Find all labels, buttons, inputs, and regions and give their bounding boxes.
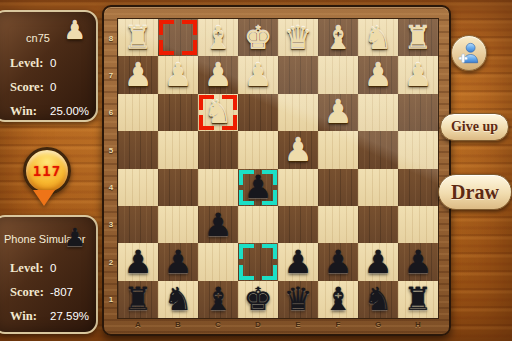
piece-wP[interactable]: ♟ xyxy=(358,56,398,93)
rank-label-5: 5 xyxy=(104,146,118,155)
piece-bK[interactable]: ♚ xyxy=(238,281,278,318)
piece-wP[interactable]: ♟ xyxy=(318,94,358,131)
square-a3[interactable] xyxy=(118,206,158,243)
square-g4[interactable] xyxy=(358,169,398,206)
square-e7[interactable] xyxy=(278,56,318,93)
square-g6[interactable] xyxy=(358,94,398,131)
player-panel-white: cn75 ♟ Level:0 Score:0 Win:25.00% xyxy=(0,10,98,122)
square-f7[interactable] xyxy=(318,56,358,93)
player-panel-black: Phone Simulator ♟ Level:0 Score:-807 Win… xyxy=(0,215,98,334)
last-move-marker-cyan xyxy=(239,244,277,279)
give-up-button[interactable]: Give up xyxy=(440,113,509,141)
square-d7[interactable]: ♟ xyxy=(238,56,278,93)
file-label-h: H xyxy=(398,320,438,329)
square-b8[interactable] xyxy=(158,19,198,56)
piece-wP[interactable]: ♟ xyxy=(158,56,198,93)
square-h2[interactable]: ♟ xyxy=(398,243,438,280)
square-g2[interactable]: ♟ xyxy=(358,243,398,280)
square-e4[interactable] xyxy=(278,169,318,206)
piece-wP[interactable]: ♟ xyxy=(118,56,158,93)
level-value: 0 xyxy=(50,57,56,69)
square-h8[interactable]: ♜ xyxy=(398,19,438,56)
piece-wQ[interactable]: ♛ xyxy=(278,19,318,56)
piece-wB[interactable]: ♝ xyxy=(318,19,358,56)
piece-bR[interactable]: ♜ xyxy=(398,281,438,318)
square-a2[interactable]: ♟ xyxy=(118,243,158,280)
level-value: 0 xyxy=(50,262,56,274)
square-c8[interactable]: ♝ xyxy=(198,19,238,56)
square-h7[interactable]: ♟ xyxy=(398,56,438,93)
win-value: 25.00% xyxy=(50,105,89,117)
square-b3[interactable] xyxy=(158,206,198,243)
piece-bR[interactable]: ♜ xyxy=(118,281,158,318)
rank-label-3: 3 xyxy=(104,220,118,229)
square-e8[interactable]: ♛ xyxy=(278,19,318,56)
square-d3[interactable] xyxy=(238,206,278,243)
square-d1[interactable]: ♚ xyxy=(238,281,278,318)
piece-bP[interactable]: ♟ xyxy=(278,243,318,280)
square-h3[interactable] xyxy=(398,206,438,243)
square-d4[interactable]: ♟ xyxy=(238,169,278,206)
square-b7[interactable]: ♟ xyxy=(158,56,198,93)
file-label-e: E xyxy=(278,320,318,329)
piece-wN[interactable]: ♞ xyxy=(358,19,398,56)
square-d2[interactable] xyxy=(238,243,278,280)
file-label-g: G xyxy=(358,320,398,329)
file-label-d: D xyxy=(238,320,278,329)
square-g8[interactable]: ♞ xyxy=(358,19,398,56)
score-value: 0 xyxy=(50,81,56,93)
square-e2[interactable]: ♟ xyxy=(278,243,318,280)
square-h6[interactable] xyxy=(398,94,438,131)
square-c4[interactable] xyxy=(198,169,238,206)
square-c6[interactable]: ♞ xyxy=(198,94,238,131)
piece-bB[interactable]: ♝ xyxy=(198,281,238,318)
square-g3[interactable] xyxy=(358,206,398,243)
piece-wR[interactable]: ♜ xyxy=(398,19,438,56)
rank-label-7: 7 xyxy=(104,71,118,80)
square-e6[interactable] xyxy=(278,94,318,131)
piece-bP[interactable]: ♟ xyxy=(398,243,438,280)
square-h4[interactable] xyxy=(398,169,438,206)
square-f3[interactable] xyxy=(318,206,358,243)
win-label: Win: xyxy=(10,104,50,119)
square-e1[interactable]: ♛ xyxy=(278,281,318,318)
win-value: 27.59% xyxy=(50,310,89,322)
piece-bQ[interactable]: ♛ xyxy=(278,281,318,318)
square-c2[interactable] xyxy=(198,243,238,280)
add-player-icon xyxy=(456,40,482,66)
level-label: Level: xyxy=(10,261,50,276)
rank-label-1: 1 xyxy=(104,295,118,304)
square-h5[interactable] xyxy=(398,131,438,168)
file-label-f: F xyxy=(318,320,358,329)
piece-wK[interactable]: ♚ xyxy=(238,19,278,56)
score-value: -807 xyxy=(50,286,73,298)
win-label: Win: xyxy=(10,309,50,324)
score-label: Score: xyxy=(10,285,50,300)
square-f8[interactable]: ♝ xyxy=(318,19,358,56)
square-c1[interactable]: ♝ xyxy=(198,281,238,318)
square-b6[interactable] xyxy=(158,94,198,131)
square-h1[interactable]: ♜ xyxy=(398,281,438,318)
piece-bP[interactable]: ♟ xyxy=(238,169,278,206)
rank-labels: 87654321 xyxy=(104,19,118,318)
rank-label-2: 2 xyxy=(104,258,118,267)
black-pawn-icon: ♟ xyxy=(64,225,86,250)
square-a1[interactable]: ♜ xyxy=(118,281,158,318)
piece-bB[interactable]: ♝ xyxy=(318,281,358,318)
square-d6[interactable] xyxy=(238,94,278,131)
piece-wR[interactable]: ♜ xyxy=(118,19,158,56)
square-b1[interactable]: ♞ xyxy=(158,281,198,318)
square-g7[interactable]: ♟ xyxy=(358,56,398,93)
piece-bP[interactable]: ♟ xyxy=(158,243,198,280)
square-a4[interactable] xyxy=(118,169,158,206)
move-timer: 117 xyxy=(23,147,71,195)
rank-label-4: 4 xyxy=(104,183,118,192)
square-f6[interactable]: ♟ xyxy=(318,94,358,131)
square-f2[interactable]: ♟ xyxy=(318,243,358,280)
white-pawn-icon: ♟ xyxy=(64,18,86,43)
file-labels: ABCDEFGH xyxy=(118,319,438,333)
square-a8[interactable]: ♜ xyxy=(118,19,158,56)
piece-bP[interactable]: ♟ xyxy=(318,243,358,280)
square-c5[interactable] xyxy=(198,131,238,168)
file-label-c: C xyxy=(198,320,238,329)
square-a5[interactable] xyxy=(118,131,158,168)
draw-button[interactable]: Draw xyxy=(438,174,512,210)
square-a6[interactable] xyxy=(118,94,158,131)
piece-wP[interactable]: ♟ xyxy=(278,131,318,168)
piece-bP[interactable]: ♟ xyxy=(118,243,158,280)
square-a7[interactable]: ♟ xyxy=(118,56,158,93)
piece-wP[interactable]: ♟ xyxy=(398,56,438,93)
square-b4[interactable] xyxy=(158,169,198,206)
piece-bN[interactable]: ♞ xyxy=(358,281,398,318)
square-d5[interactable] xyxy=(238,131,278,168)
piece-bN[interactable]: ♞ xyxy=(158,281,198,318)
square-c7[interactable]: ♟ xyxy=(198,56,238,93)
piece-bP[interactable]: ♟ xyxy=(358,243,398,280)
square-g1[interactable]: ♞ xyxy=(358,281,398,318)
timer-digits: 117 xyxy=(33,163,61,179)
piece-bP[interactable]: ♟ xyxy=(198,206,238,243)
add-player-button[interactable] xyxy=(451,35,487,71)
piece-wP[interactable]: ♟ xyxy=(198,56,238,93)
file-label-b: B xyxy=(158,320,198,329)
square-e5[interactable]: ♟ xyxy=(278,131,318,168)
board-squares: ♜♝♚♛♝♞♜♟♟♟♟♟♟♞♟♟♟♟♟♟♟♟♟♟♜♞♝♚♛♝♞♜ xyxy=(118,19,438,318)
square-d8[interactable]: ♚ xyxy=(238,19,278,56)
square-f5[interactable] xyxy=(318,131,358,168)
piece-wP[interactable]: ♟ xyxy=(238,56,278,93)
file-label-a: A xyxy=(118,320,158,329)
piece-wN[interactable]: ♞ xyxy=(198,94,238,131)
square-b5[interactable] xyxy=(158,131,198,168)
rank-label-8: 8 xyxy=(104,34,118,43)
square-b2[interactable]: ♟ xyxy=(158,243,198,280)
chess-board: 87654321 ♜♝♚♛♝♞♜♟♟♟♟♟♟♞♟♟♟♟♟♟♟♟♟♟♜♞♝♚♛♝♞… xyxy=(102,5,451,336)
score-label: Score: xyxy=(10,80,50,95)
square-c3[interactable]: ♟ xyxy=(198,206,238,243)
level-label: Level: xyxy=(10,56,50,71)
square-e3[interactable] xyxy=(278,206,318,243)
rank-label-6: 6 xyxy=(104,108,118,117)
last-move-marker-red xyxy=(159,20,197,55)
square-f4[interactable] xyxy=(318,169,358,206)
square-g5[interactable] xyxy=(358,131,398,168)
chess-app-screen: cn75 ♟ Level:0 Score:0 Win:25.00% 117 Ph… xyxy=(0,0,512,341)
square-f1[interactable]: ♝ xyxy=(318,281,358,318)
turn-indicator-arrow-icon xyxy=(33,190,55,206)
piece-wB[interactable]: ♝ xyxy=(198,19,238,56)
